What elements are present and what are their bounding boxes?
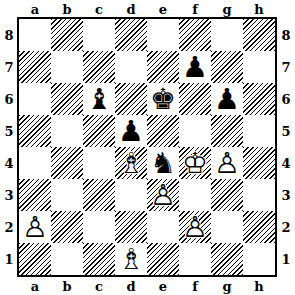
rank-label-left-1: 1: [1, 243, 17, 275]
rank-label-left-8: 8: [1, 19, 17, 51]
file-label-bottom-g: g: [211, 278, 243, 294]
square-h1: [243, 243, 275, 275]
square-f3: [179, 179, 211, 211]
square-g8: [211, 19, 243, 51]
square-c3: [83, 179, 115, 211]
square-g2: [211, 211, 243, 243]
white-bishop-d4: ♗: [115, 147, 147, 179]
piece-halo: ♟: [211, 83, 243, 115]
square-g5: [211, 115, 243, 147]
file-label-top-h: h: [243, 1, 275, 17]
black-knight-e4: ♞: [147, 147, 179, 179]
square-f5: [179, 115, 211, 147]
rank-label-right-3: 3: [278, 179, 294, 211]
rank-label-right-5: 5: [278, 115, 294, 147]
square-b4: [51, 147, 83, 179]
rank-label-right-1: 1: [278, 243, 294, 275]
square-g1: [211, 243, 243, 275]
file-label-top-d: d: [115, 1, 147, 17]
black-pawn-g6: ♟: [211, 83, 243, 115]
square-e4: ♞♞: [147, 147, 179, 179]
square-e6: ♚♚: [147, 83, 179, 115]
square-b1: [51, 243, 83, 275]
square-g3: [211, 179, 243, 211]
piece-halo: ♚: [179, 147, 211, 179]
piece-halo: ♟: [19, 211, 51, 243]
square-e8: [147, 19, 179, 51]
square-e3: ♟♙: [147, 179, 179, 211]
piece-halo: ♟: [179, 51, 211, 83]
piece-halo: ♟: [147, 179, 179, 211]
white-pawn-f2: ♙: [179, 211, 211, 243]
file-label-bottom-a: a: [19, 278, 51, 294]
file-label-bottom-b: b: [51, 278, 83, 294]
square-e1: [147, 243, 179, 275]
piece-halo: ♞: [147, 147, 179, 179]
square-f2: ♟♙: [179, 211, 211, 243]
square-a8: [19, 19, 51, 51]
square-b2: [51, 211, 83, 243]
chess-diagram: ♟♟♝♝♚♚♟♟♟♟♝♗♞♞♚♔♟♙♟♙♟♙♟♙♝♗ aabbccddeeffg…: [0, 0, 295, 295]
file-label-top-g: g: [211, 1, 243, 17]
square-b8: [51, 19, 83, 51]
square-c5: [83, 115, 115, 147]
square-f7: ♟♟: [179, 51, 211, 83]
square-f1: [179, 243, 211, 275]
square-d6: [115, 83, 147, 115]
black-pawn-d5: ♟: [115, 115, 147, 147]
square-h6: [243, 83, 275, 115]
black-pawn-f7: ♟: [179, 51, 211, 83]
file-label-top-e: e: [147, 1, 179, 17]
white-pawn-a2: ♙: [19, 211, 51, 243]
square-f8: [179, 19, 211, 51]
square-b7: [51, 51, 83, 83]
file-label-bottom-d: d: [115, 278, 147, 294]
square-b5: [51, 115, 83, 147]
square-a3: [19, 179, 51, 211]
square-g7: [211, 51, 243, 83]
black-bishop-c6: ♝: [83, 83, 115, 115]
square-h5: [243, 115, 275, 147]
piece-halo: ♝: [115, 243, 147, 275]
white-king-f4: ♔: [179, 147, 211, 179]
square-e5: [147, 115, 179, 147]
rank-label-right-2: 2: [278, 211, 294, 243]
file-label-bottom-e: e: [147, 278, 179, 294]
square-h2: [243, 211, 275, 243]
square-a4: [19, 147, 51, 179]
piece-halo: ♟: [211, 147, 243, 179]
square-e7: [147, 51, 179, 83]
square-h4: [243, 147, 275, 179]
square-c1: [83, 243, 115, 275]
square-g4: ♟♙: [211, 147, 243, 179]
square-a7: [19, 51, 51, 83]
square-d4: ♝♗: [115, 147, 147, 179]
rank-label-left-5: 5: [1, 115, 17, 147]
square-d5: ♟♟: [115, 115, 147, 147]
square-h3: [243, 179, 275, 211]
white-pawn-e3: ♙: [147, 179, 179, 211]
file-label-top-c: c: [83, 1, 115, 17]
square-b6: [51, 83, 83, 115]
chess-board: ♟♟♝♝♚♚♟♟♟♟♝♗♞♞♚♔♟♙♟♙♟♙♟♙♝♗: [17, 17, 277, 277]
piece-halo: ♟: [179, 211, 211, 243]
square-c8: [83, 19, 115, 51]
square-d1: ♝♗: [115, 243, 147, 275]
square-a2: ♟♙: [19, 211, 51, 243]
square-c7: [83, 51, 115, 83]
file-label-top-f: f: [179, 1, 211, 17]
square-d2: [115, 211, 147, 243]
square-d3: [115, 179, 147, 211]
square-a1: [19, 243, 51, 275]
piece-halo: ♝: [115, 147, 147, 179]
rank-label-right-7: 7: [278, 51, 294, 83]
square-g6: ♟♟: [211, 83, 243, 115]
rank-label-left-4: 4: [1, 147, 17, 179]
file-label-bottom-c: c: [83, 278, 115, 294]
square-f4: ♚♔: [179, 147, 211, 179]
square-a5: [19, 115, 51, 147]
square-f6: [179, 83, 211, 115]
square-d7: [115, 51, 147, 83]
black-king-e6: ♚: [147, 83, 179, 115]
rank-label-right-4: 4: [278, 147, 294, 179]
square-a6: [19, 83, 51, 115]
square-b3: [51, 179, 83, 211]
rank-label-right-6: 6: [278, 83, 294, 115]
square-c2: [83, 211, 115, 243]
square-h8: [243, 19, 275, 51]
rank-label-left-2: 2: [1, 211, 17, 243]
file-label-bottom-h: h: [243, 278, 275, 294]
rank-label-left-3: 3: [1, 179, 17, 211]
white-pawn-g4: ♙: [211, 147, 243, 179]
piece-halo: ♝: [83, 83, 115, 115]
square-c6: ♝♝: [83, 83, 115, 115]
piece-halo: ♚: [147, 83, 179, 115]
square-h7: [243, 51, 275, 83]
file-label-bottom-f: f: [179, 278, 211, 294]
file-label-top-b: b: [51, 1, 83, 17]
square-e2: [147, 211, 179, 243]
rank-label-right-8: 8: [278, 19, 294, 51]
square-c4: [83, 147, 115, 179]
piece-halo: ♟: [115, 115, 147, 147]
file-label-top-a: a: [19, 1, 51, 17]
square-d8: [115, 19, 147, 51]
rank-label-left-7: 7: [1, 51, 17, 83]
white-bishop-d1: ♗: [115, 243, 147, 275]
rank-label-left-6: 6: [1, 83, 17, 115]
